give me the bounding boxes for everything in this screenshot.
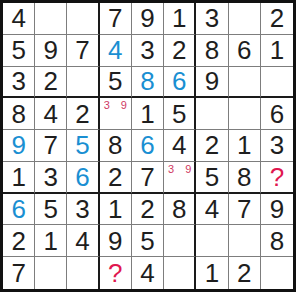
- cell-r5c3[interactable]: 5: [67, 130, 99, 162]
- cell-r3c1[interactable]: 3: [3, 67, 35, 99]
- given-digit: 2: [237, 260, 251, 286]
- cell-r3c8[interactable]: [229, 67, 261, 99]
- cell-r7c1[interactable]: 6: [3, 194, 35, 226]
- entered-digit: 4: [108, 37, 122, 63]
- given-digit: 9: [140, 5, 154, 31]
- given-digit: 7: [140, 164, 154, 190]
- cell-r5c7[interactable]: 2: [196, 130, 228, 162]
- given-digit: 2: [11, 228, 25, 254]
- cell-r4c1[interactable]: 8: [3, 98, 35, 130]
- cell-r2c6[interactable]: 2: [164, 35, 196, 67]
- cell-r7c6[interactable]: 8: [164, 194, 196, 226]
- given-digit: 7: [237, 196, 251, 222]
- entered-digit: 6: [140, 132, 154, 158]
- given-digit: 3: [270, 132, 284, 158]
- given-digit: 3: [11, 68, 25, 94]
- given-digit: 9: [205, 68, 219, 94]
- given-digit: 4: [140, 260, 154, 286]
- given-digit: 1: [205, 260, 219, 286]
- given-digit: 8: [270, 228, 284, 254]
- given-digit: 8: [108, 132, 122, 158]
- cell-r3c7[interactable]: 9: [196, 67, 228, 99]
- given-digit: 8: [11, 101, 25, 127]
- cell-r9c8[interactable]: 2: [229, 257, 261, 289]
- cell-r9c4[interactable]: ?: [100, 257, 132, 289]
- given-digit: 2: [140, 196, 154, 222]
- given-digit: 5: [205, 164, 219, 190]
- given-digit: 4: [205, 196, 219, 222]
- entered-digit: 6: [172, 68, 186, 94]
- given-digit: 1: [11, 164, 25, 190]
- cell-r9c7[interactable]: 1: [196, 257, 228, 289]
- cell-r6c4[interactable]: 2: [100, 162, 132, 194]
- cell-r3c6[interactable]: 6: [164, 67, 196, 99]
- cell-r1c9[interactable]: 2: [261, 3, 293, 35]
- cell-r7c3[interactable]: 3: [67, 194, 99, 226]
- given-digit: 1: [270, 37, 284, 63]
- cell-r7c7[interactable]: 4: [196, 194, 228, 226]
- cell-r8c9[interactable]: 8: [261, 225, 293, 257]
- cell-r4c7[interactable]: [196, 98, 228, 130]
- cell-r5c9[interactable]: 3: [261, 130, 293, 162]
- given-digit: 4: [75, 228, 89, 254]
- cell-r8c6[interactable]: [164, 225, 196, 257]
- given-digit: 2: [270, 5, 284, 31]
- cell-r1c1[interactable]: 4: [3, 3, 35, 35]
- given-digit: 1: [172, 5, 186, 31]
- entered-digit: 5: [75, 132, 89, 158]
- cell-r3c4[interactable]: 5: [100, 67, 132, 99]
- cell-r5c5[interactable]: 6: [132, 130, 164, 162]
- given-digit: 2: [108, 164, 122, 190]
- cell-r6c8[interactable]: 8: [229, 162, 261, 194]
- question-mark: ?: [270, 164, 284, 190]
- cell-r9c5[interactable]: 4: [132, 257, 164, 289]
- given-digit: 4: [11, 5, 25, 31]
- cell-r3c9[interactable]: [261, 67, 293, 99]
- cell-r7c4[interactable]: 1: [100, 194, 132, 226]
- sudoku-board: 4791325974328613258698423 91569758642131…: [0, 0, 296, 292]
- cell-r1c7[interactable]: 3: [196, 3, 228, 35]
- cell-r8c5[interactable]: 5: [132, 225, 164, 257]
- cell-r9c3[interactable]: [67, 257, 99, 289]
- entered-digit: 6: [75, 164, 89, 190]
- entered-digit: 9: [11, 132, 25, 158]
- given-digit: 1: [140, 101, 154, 127]
- cell-r5c1[interactable]: 9: [3, 130, 35, 162]
- cell-r6c2[interactable]: 3: [35, 162, 67, 194]
- cell-r4c3[interactable]: 2: [67, 98, 99, 130]
- cell-r1c6[interactable]: 1: [164, 3, 196, 35]
- question-mark: ?: [108, 260, 122, 286]
- cell-r2c5[interactable]: 3: [132, 35, 164, 67]
- given-digit: 1: [44, 228, 58, 254]
- cell-r8c7[interactable]: [196, 225, 228, 257]
- given-digit: 7: [108, 5, 122, 31]
- given-digit: 5: [108, 68, 122, 94]
- cell-r3c3[interactable]: [67, 67, 99, 99]
- cell-r2c2[interactable]: 9: [35, 35, 67, 67]
- given-digit: 8: [205, 37, 219, 63]
- cell-r2c8[interactable]: 6: [229, 35, 261, 67]
- cell-r5c8[interactable]: 1: [229, 130, 261, 162]
- given-digit: 3: [75, 196, 89, 222]
- given-digit: 9: [108, 228, 122, 254]
- cell-r8c2[interactable]: 1: [35, 225, 67, 257]
- cell-r2c9[interactable]: 1: [261, 35, 293, 67]
- given-digit: 2: [205, 132, 219, 158]
- cell-r9c2[interactable]: [35, 257, 67, 289]
- given-digit: 6: [270, 101, 284, 127]
- given-digit: 4: [172, 132, 186, 158]
- given-digit: 2: [44, 68, 58, 94]
- given-digit: 3: [140, 37, 154, 63]
- cell-r9c1[interactable]: 7: [3, 257, 35, 289]
- cell-r5c2[interactable]: 7: [35, 130, 67, 162]
- given-digit: 5: [44, 196, 58, 222]
- cell-r1c3[interactable]: [67, 3, 99, 35]
- given-digit: 1: [237, 132, 251, 158]
- cell-r9c9[interactable]: [261, 257, 293, 289]
- cell-r4c9[interactable]: 6: [261, 98, 293, 130]
- cell-r7c5[interactable]: 2: [132, 194, 164, 226]
- given-digit: 1: [108, 196, 122, 222]
- cell-r5c4[interactable]: 8: [100, 130, 132, 162]
- cell-r2c1[interactable]: 5: [3, 35, 35, 67]
- given-digit: 7: [75, 37, 89, 63]
- cell-r6c1[interactable]: 1: [3, 162, 35, 194]
- given-digit: 7: [11, 260, 25, 286]
- cell-r7c2[interactable]: 5: [35, 194, 67, 226]
- given-digit: 9: [44, 37, 58, 63]
- cell-r4c8[interactable]: [229, 98, 261, 130]
- cell-r1c4[interactable]: 7: [100, 3, 132, 35]
- cell-r8c4[interactable]: 9: [100, 225, 132, 257]
- given-digit: 8: [172, 196, 186, 222]
- cell-r1c2[interactable]: [35, 3, 67, 35]
- given-digit: 2: [75, 101, 89, 127]
- given-digit: 6: [237, 37, 251, 63]
- pencil-marks: 3 9: [168, 164, 195, 175]
- given-digit: 2: [172, 37, 186, 63]
- entered-digit: 8: [140, 68, 154, 94]
- cell-r8c1[interactable]: 2: [3, 225, 35, 257]
- cell-r7c8[interactable]: 7: [229, 194, 261, 226]
- cell-r4c5[interactable]: 1: [132, 98, 164, 130]
- cell-r9c6[interactable]: [164, 257, 196, 289]
- given-digit: 5: [140, 228, 154, 254]
- cell-r6c9[interactable]: ?: [261, 162, 293, 194]
- cell-r6c3[interactable]: 6: [67, 162, 99, 194]
- given-digit: 8: [237, 164, 251, 190]
- given-digit: 4: [44, 101, 58, 127]
- cell-r4c6[interactable]: 5: [164, 98, 196, 130]
- entered-digit: 6: [11, 196, 25, 222]
- cell-r7c9[interactable]: 9: [261, 194, 293, 226]
- cell-r6c7[interactable]: 5: [196, 162, 228, 194]
- cell-r1c5[interactable]: 9: [132, 3, 164, 35]
- cell-r6c6[interactable]: 3 9: [164, 162, 196, 194]
- given-digit: 3: [44, 164, 58, 190]
- cell-r4c4[interactable]: 3 9: [100, 98, 132, 130]
- cell-r5c6[interactable]: 4: [164, 130, 196, 162]
- cell-r3c2[interactable]: 2: [35, 67, 67, 99]
- cell-r4c2[interactable]: 4: [35, 98, 67, 130]
- cell-r1c8[interactable]: [229, 3, 261, 35]
- cell-r2c3[interactable]: 7: [67, 35, 99, 67]
- given-digit: 7: [44, 132, 58, 158]
- cell-r2c7[interactable]: 8: [196, 35, 228, 67]
- cell-r3c5[interactable]: 8: [132, 67, 164, 99]
- given-digit: 5: [172, 101, 186, 127]
- cell-r8c8[interactable]: [229, 225, 261, 257]
- cell-r8c3[interactable]: 4: [67, 225, 99, 257]
- given-digit: 9: [270, 196, 284, 222]
- given-digit: 5: [11, 37, 25, 63]
- cell-r2c4[interactable]: 4: [100, 35, 132, 67]
- cell-r6c5[interactable]: 7: [132, 162, 164, 194]
- given-digit: 3: [205, 5, 219, 31]
- pencil-marks: 3 9: [104, 100, 131, 111]
